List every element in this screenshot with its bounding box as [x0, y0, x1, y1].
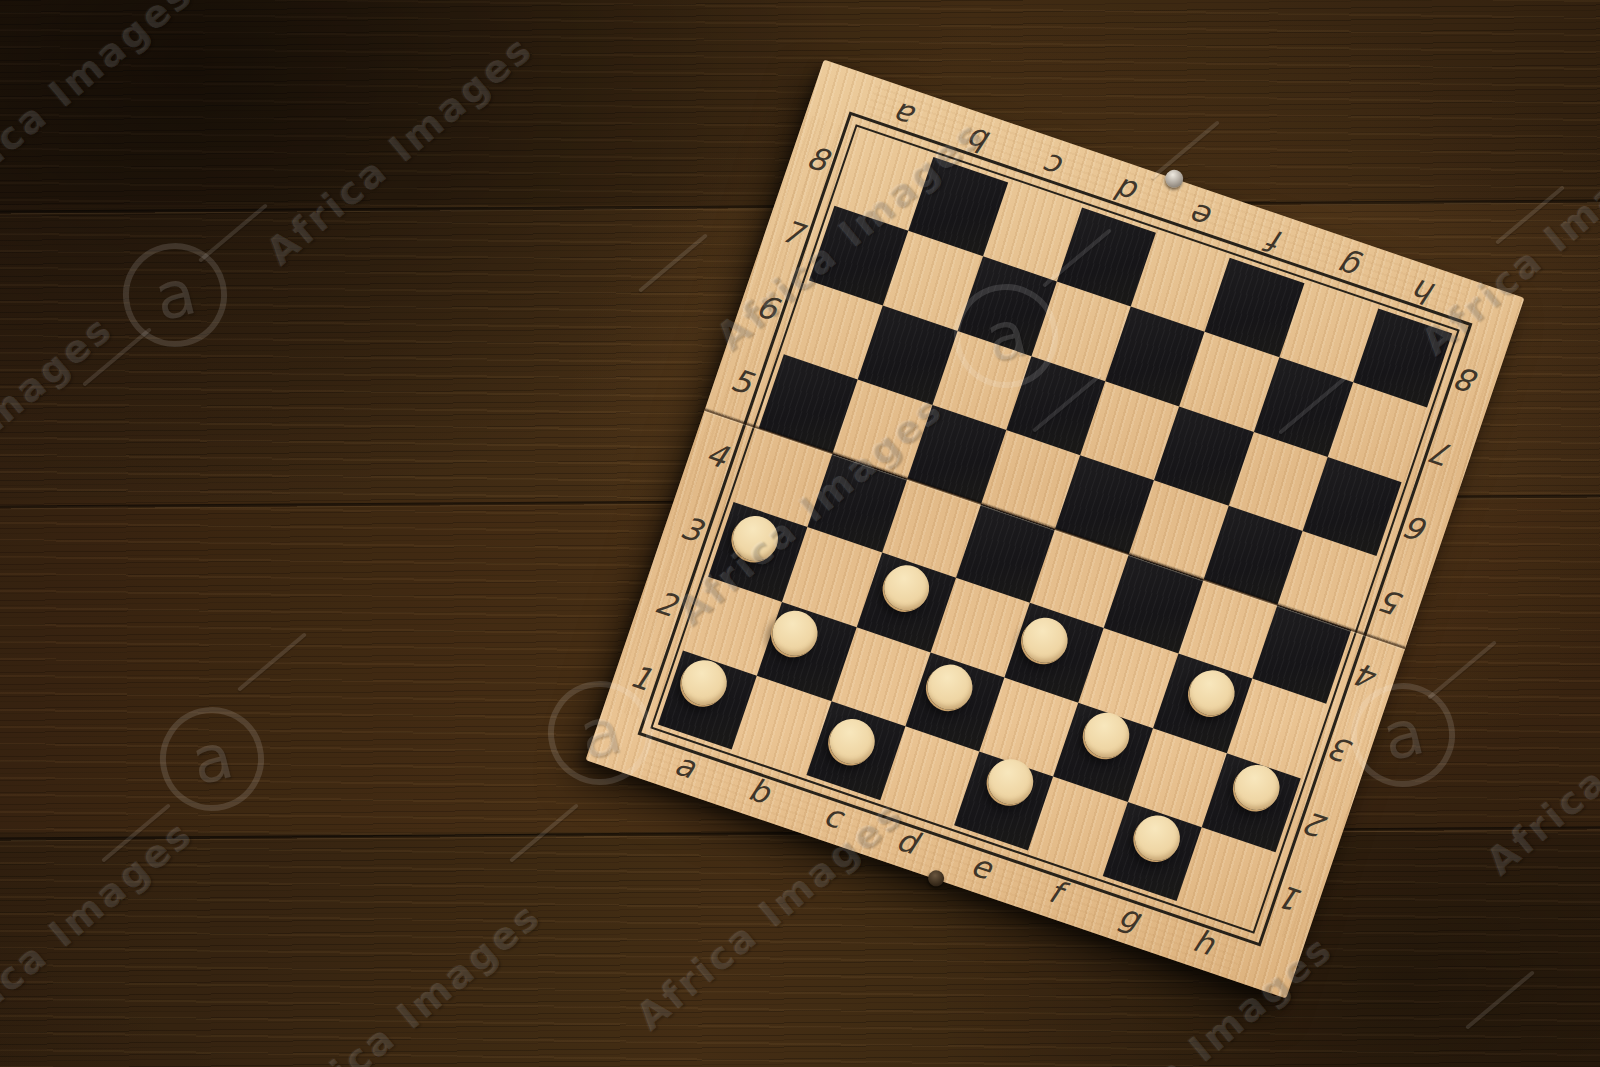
photo-stage: abcdefgh abcdefgh 87654321 87654321 Afri… [0, 0, 1600, 1067]
checker-piece-light-c1[interactable] [824, 713, 881, 770]
checker-piece-light-a3[interactable] [727, 510, 784, 567]
checker-piece-light-e3[interactable] [1016, 611, 1073, 668]
checker-piece-light-g1[interactable] [1129, 810, 1186, 867]
checker-piece-light-g3[interactable] [1184, 664, 1241, 721]
checker-piece-light-d2[interactable] [922, 659, 979, 716]
table-plank [0, 832, 1600, 1067]
checker-piece-light-c3[interactable] [878, 559, 935, 616]
